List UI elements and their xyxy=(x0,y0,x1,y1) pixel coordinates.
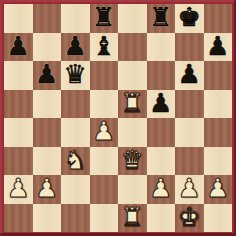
square-f3[interactable] xyxy=(147,147,176,176)
white-queen[interactable]: ♛ xyxy=(121,147,144,175)
square-d8[interactable]: ♜ xyxy=(90,4,119,33)
black-king[interactable]: ♚ xyxy=(178,4,201,32)
white-rook[interactable]: ♜ xyxy=(121,204,144,232)
square-d3[interactable] xyxy=(90,147,119,176)
black-rook[interactable]: ♜ xyxy=(149,4,172,32)
square-f6[interactable] xyxy=(147,61,176,90)
square-f7[interactable] xyxy=(147,33,176,62)
square-f5[interactable]: ♟ xyxy=(147,90,176,119)
square-b2[interactable]: ♟ xyxy=(33,175,62,204)
square-g2[interactable]: ♟ xyxy=(175,175,204,204)
white-pawn[interactable]: ♟ xyxy=(149,175,172,203)
square-c5[interactable] xyxy=(61,90,90,119)
black-pawn[interactable]: ♟ xyxy=(35,61,58,89)
square-h7[interactable]: ♟ xyxy=(204,33,233,62)
white-knight[interactable]: ♞ xyxy=(64,147,87,175)
chess-board: ♜♜♚♟♟♝♟♟♛♟♜♟♟♞♛♟♟♟♟♟♜♚ xyxy=(4,4,232,232)
square-h5[interactable] xyxy=(204,90,233,119)
black-queen[interactable]: ♛ xyxy=(64,61,87,89)
black-bishop[interactable]: ♝ xyxy=(92,33,115,61)
square-b8[interactable] xyxy=(33,4,62,33)
square-e8[interactable] xyxy=(118,4,147,33)
square-h4[interactable] xyxy=(204,118,233,147)
white-king[interactable]: ♚ xyxy=(178,204,201,232)
square-e4[interactable] xyxy=(118,118,147,147)
white-pawn[interactable]: ♟ xyxy=(7,175,30,203)
square-e2[interactable] xyxy=(118,175,147,204)
square-a2[interactable]: ♟ xyxy=(4,175,33,204)
white-pawn[interactable]: ♟ xyxy=(206,175,229,203)
square-c1[interactable] xyxy=(61,204,90,233)
square-h3[interactable] xyxy=(204,147,233,176)
black-pawn[interactable]: ♟ xyxy=(64,33,87,61)
square-c6[interactable]: ♛ xyxy=(61,61,90,90)
square-h8[interactable] xyxy=(204,4,233,33)
square-c8[interactable] xyxy=(61,4,90,33)
black-pawn[interactable]: ♟ xyxy=(149,90,172,118)
square-a1[interactable] xyxy=(4,204,33,233)
square-b3[interactable] xyxy=(33,147,62,176)
square-h2[interactable]: ♟ xyxy=(204,175,233,204)
square-e7[interactable] xyxy=(118,33,147,62)
square-e6[interactable] xyxy=(118,61,147,90)
square-d2[interactable] xyxy=(90,175,119,204)
square-b4[interactable] xyxy=(33,118,62,147)
square-e1[interactable]: ♜ xyxy=(118,204,147,233)
square-c3[interactable]: ♞ xyxy=(61,147,90,176)
square-a7[interactable]: ♟ xyxy=(4,33,33,62)
square-a8[interactable] xyxy=(4,4,33,33)
square-c4[interactable] xyxy=(61,118,90,147)
square-b5[interactable] xyxy=(33,90,62,119)
square-d1[interactable] xyxy=(90,204,119,233)
white-pawn[interactable]: ♟ xyxy=(178,175,201,203)
square-g8[interactable]: ♚ xyxy=(175,4,204,33)
square-g5[interactable] xyxy=(175,90,204,119)
white-rook[interactable]: ♜ xyxy=(121,90,144,118)
square-h6[interactable] xyxy=(204,61,233,90)
square-g4[interactable] xyxy=(175,118,204,147)
square-b6[interactable]: ♟ xyxy=(33,61,62,90)
square-h1[interactable] xyxy=(204,204,233,233)
square-a3[interactable] xyxy=(4,147,33,176)
black-pawn[interactable]: ♟ xyxy=(7,33,30,61)
square-c2[interactable] xyxy=(61,175,90,204)
square-g6[interactable]: ♟ xyxy=(175,61,204,90)
white-pawn[interactable]: ♟ xyxy=(35,175,58,203)
square-a4[interactable] xyxy=(4,118,33,147)
chessboard-frame: ♜♜♚♟♟♝♟♟♛♟♜♟♟♞♛♟♟♟♟♟♜♚ xyxy=(0,0,236,236)
square-g3[interactable] xyxy=(175,147,204,176)
square-b7[interactable] xyxy=(33,33,62,62)
black-pawn[interactable]: ♟ xyxy=(178,61,201,89)
square-a6[interactable] xyxy=(4,61,33,90)
square-d5[interactable] xyxy=(90,90,119,119)
square-c7[interactable]: ♟ xyxy=(61,33,90,62)
square-d6[interactable] xyxy=(90,61,119,90)
black-rook[interactable]: ♜ xyxy=(92,4,115,32)
square-e5[interactable]: ♜ xyxy=(118,90,147,119)
square-g7[interactable] xyxy=(175,33,204,62)
square-a5[interactable] xyxy=(4,90,33,119)
square-f2[interactable]: ♟ xyxy=(147,175,176,204)
square-d7[interactable]: ♝ xyxy=(90,33,119,62)
square-e3[interactable]: ♛ xyxy=(118,147,147,176)
square-g1[interactable]: ♚ xyxy=(175,204,204,233)
black-pawn[interactable]: ♟ xyxy=(206,33,229,61)
square-f1[interactable] xyxy=(147,204,176,233)
square-f4[interactable] xyxy=(147,118,176,147)
square-b1[interactable] xyxy=(33,204,62,233)
square-d4[interactable]: ♟ xyxy=(90,118,119,147)
white-pawn[interactable]: ♟ xyxy=(92,118,115,146)
square-f8[interactable]: ♜ xyxy=(147,4,176,33)
